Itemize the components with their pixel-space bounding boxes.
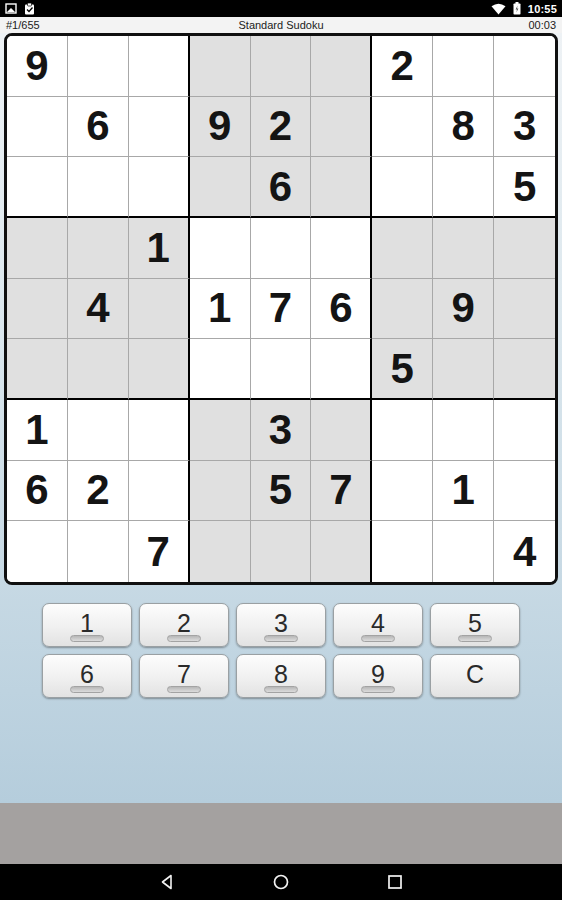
cell-r1c3[interactable] [129, 36, 190, 97]
key-2[interactable]: 2 [139, 603, 229, 647]
cell-r9c9[interactable]: 4 [494, 521, 555, 582]
cell-r8c2[interactable]: 2 [68, 461, 129, 522]
cell-r8c6[interactable]: 7 [311, 461, 372, 522]
cell-r8c5[interactable]: 5 [251, 461, 312, 522]
cell-r2c3[interactable] [129, 97, 190, 158]
cell-r7c4[interactable] [190, 400, 251, 461]
cell-r8c4[interactable] [190, 461, 251, 522]
cell-r3c7[interactable] [372, 157, 433, 218]
cell-r4c2[interactable] [68, 218, 129, 279]
wifi-icon [491, 3, 506, 15]
given-digit: 7 [269, 287, 292, 329]
cell-r5c8[interactable]: 9 [433, 279, 494, 340]
cell-r8c9[interactable] [494, 461, 555, 522]
given-digit: 9 [25, 45, 48, 87]
cell-r6c2[interactable] [68, 339, 129, 400]
given-digit: 4 [86, 287, 109, 329]
cell-r2c2[interactable]: 6 [68, 97, 129, 158]
cell-r9c6[interactable] [311, 521, 372, 582]
cell-r4c4[interactable] [190, 218, 251, 279]
key-count-pill [361, 686, 395, 693]
cell-r3c6[interactable] [311, 157, 372, 218]
given-digit: 2 [269, 105, 292, 147]
sudoku-board: 9269283651417695136257174 [4, 33, 558, 585]
key-count-pill [70, 635, 104, 642]
key-count-pill [70, 686, 104, 693]
cell-r6c9[interactable] [494, 339, 555, 400]
given-digit: 7 [147, 531, 170, 573]
keypad-row: 6789C [0, 654, 562, 698]
cell-r3c2[interactable] [68, 157, 129, 218]
cell-r9c2[interactable] [68, 521, 129, 582]
cell-r7c3[interactable] [129, 400, 190, 461]
cell-r4c7[interactable] [372, 218, 433, 279]
cell-r4c1[interactable] [7, 218, 68, 279]
key-label: C [466, 662, 484, 687]
cell-r5c2[interactable]: 4 [68, 279, 129, 340]
cell-r9c7[interactable] [372, 521, 433, 582]
cell-r7c8[interactable] [433, 400, 494, 461]
key-5[interactable]: 5 [430, 603, 520, 647]
given-digit: 6 [269, 166, 292, 208]
given-digit: 6 [329, 287, 352, 329]
timer: 00:03 [466, 19, 556, 31]
cell-r1c5[interactable] [251, 36, 312, 97]
cell-r4c6[interactable] [311, 218, 372, 279]
given-digit: 1 [147, 227, 170, 269]
screen: 10:55 #1/655 Standard Sudoku 00:03 92692… [0, 0, 562, 900]
given-digit: 8 [451, 105, 474, 147]
cell-r9c5[interactable] [251, 521, 312, 582]
key-label: 8 [274, 662, 288, 687]
cell-r6c7[interactable]: 5 [372, 339, 433, 400]
cell-r8c8[interactable]: 1 [433, 461, 494, 522]
cell-r9c1[interactable] [7, 521, 68, 582]
given-digit: 3 [513, 105, 536, 147]
cell-r2c4[interactable]: 9 [190, 97, 251, 158]
cell-r7c6[interactable] [311, 400, 372, 461]
key-1[interactable]: 1 [42, 603, 132, 647]
given-digit: 3 [269, 409, 292, 451]
key-3[interactable]: 3 [236, 603, 326, 647]
cell-r4c3[interactable]: 1 [129, 218, 190, 279]
cell-r5c3[interactable] [129, 279, 190, 340]
cell-r6c8[interactable] [433, 339, 494, 400]
cell-r5c4[interactable]: 1 [190, 279, 251, 340]
cell-r1c8[interactable] [433, 36, 494, 97]
cell-r7c7[interactable] [372, 400, 433, 461]
key-label: 1 [80, 611, 94, 636]
cell-r3c8[interactable] [433, 157, 494, 218]
given-digit: 1 [25, 409, 48, 451]
keypad: 123456789C [0, 603, 562, 705]
cell-r9c3[interactable]: 7 [129, 521, 190, 582]
back-button[interactable] [158, 873, 176, 891]
key-9[interactable]: 9 [333, 654, 423, 698]
cell-r9c8[interactable] [433, 521, 494, 582]
home-button[interactable] [272, 873, 290, 891]
key-label: 9 [371, 662, 385, 687]
cell-r3c9[interactable]: 5 [494, 157, 555, 218]
cell-r2c1[interactable] [7, 97, 68, 158]
key-count-pill [264, 686, 298, 693]
key-label: 7 [177, 662, 191, 687]
given-digit: 5 [513, 166, 536, 208]
given-digit: 7 [329, 469, 352, 511]
ad-placeholder-bar [0, 803, 562, 864]
cell-r1c2[interactable] [68, 36, 129, 97]
cell-r7c5[interactable]: 3 [251, 400, 312, 461]
key-count-pill [361, 635, 395, 642]
given-digit: 9 [208, 105, 231, 147]
cell-r2c9[interactable]: 3 [494, 97, 555, 158]
cell-r8c3[interactable] [129, 461, 190, 522]
given-digit: 2 [86, 469, 109, 511]
given-digit: 2 [391, 45, 414, 87]
cell-r4c8[interactable] [433, 218, 494, 279]
cell-r3c3[interactable] [129, 157, 190, 218]
cell-r1c4[interactable] [190, 36, 251, 97]
cell-r2c5[interactable]: 2 [251, 97, 312, 158]
key-label: 3 [274, 611, 288, 636]
key-count-pill [167, 686, 201, 693]
cell-r5c1[interactable] [7, 279, 68, 340]
key-6[interactable]: 6 [42, 654, 132, 698]
key-8[interactable]: 8 [236, 654, 326, 698]
cell-r5c6[interactable]: 6 [311, 279, 372, 340]
cell-r1c1[interactable]: 9 [7, 36, 68, 97]
status-time: 10:55 [528, 3, 557, 15]
android-nav-bar [0, 864, 562, 900]
key-count-pill [167, 635, 201, 642]
cell-r5c7[interactable] [372, 279, 433, 340]
cell-r2c7[interactable] [372, 97, 433, 158]
cell-r6c1[interactable] [7, 339, 68, 400]
cell-r7c9[interactable] [494, 400, 555, 461]
key-label: 5 [468, 611, 482, 636]
cell-r3c4[interactable] [190, 157, 251, 218]
cell-r3c5[interactable]: 6 [251, 157, 312, 218]
given-digit: 5 [269, 469, 292, 511]
key-7[interactable]: 7 [139, 654, 229, 698]
cell-r1c7[interactable]: 2 [372, 36, 433, 97]
cell-r4c9[interactable] [494, 218, 555, 279]
key-4[interactable]: 4 [333, 603, 423, 647]
given-digit: 4 [513, 531, 536, 573]
screenshot-icon [5, 3, 17, 14]
app-header: #1/655 Standard Sudoku 00:03 [0, 17, 562, 33]
cell-r5c9[interactable] [494, 279, 555, 340]
cell-r8c1[interactable]: 6 [7, 461, 68, 522]
cell-r7c1[interactable]: 1 [7, 400, 68, 461]
recents-button[interactable] [386, 873, 404, 891]
battery-charging-icon [513, 2, 521, 15]
given-digit: 1 [451, 469, 474, 511]
keypad-row: 12345 [0, 603, 562, 647]
cell-r4c5[interactable] [251, 218, 312, 279]
cell-r5c5[interactable]: 7 [251, 279, 312, 340]
cell-r6c5[interactable] [251, 339, 312, 400]
cell-r6c4[interactable] [190, 339, 251, 400]
key-count-pill [264, 635, 298, 642]
cell-r3c1[interactable] [7, 157, 68, 218]
cell-r8c7[interactable] [372, 461, 433, 522]
cell-r2c6[interactable] [311, 97, 372, 158]
given-digit: 1 [208, 287, 231, 329]
cell-r1c6[interactable] [311, 36, 372, 97]
key-clear[interactable]: C [430, 654, 520, 698]
cell-r1c9[interactable] [494, 36, 555, 97]
content-area: 9269283651417695136257174 123456789C [0, 33, 562, 803]
cell-r9c4[interactable] [190, 521, 251, 582]
key-label: 6 [80, 662, 94, 687]
given-digit: 6 [25, 469, 48, 511]
clipboard-icon [24, 3, 35, 15]
key-label: 4 [371, 611, 385, 636]
key-count-pill [458, 635, 492, 642]
given-digit: 9 [451, 287, 474, 329]
status-bar: 10:55 [0, 0, 562, 17]
cell-r2c8[interactable]: 8 [433, 97, 494, 158]
puzzle-counter: #1/655 [6, 19, 96, 31]
given-digit: 5 [391, 348, 414, 390]
key-label: 2 [177, 611, 191, 636]
given-digit: 6 [86, 105, 109, 147]
cell-r6c3[interactable] [129, 339, 190, 400]
page-title: Standard Sudoku [96, 19, 466, 31]
cell-r7c2[interactable] [68, 400, 129, 461]
cell-r6c6[interactable] [311, 339, 372, 400]
